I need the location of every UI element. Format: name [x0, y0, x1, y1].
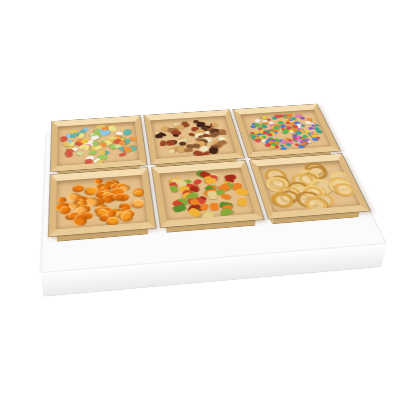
banana-chips-piece	[266, 178, 288, 191]
banana-chips-piece	[325, 175, 353, 192]
gummy-bears-piece	[175, 198, 188, 206]
orange-cracker-balls-piece	[92, 178, 102, 184]
orange-cracker-balls-piece	[94, 189, 110, 200]
orange-cracker-balls-piece	[115, 210, 127, 219]
orange-cracker-balls-piece	[77, 210, 93, 221]
gummy-bears-piece	[205, 177, 218, 184]
orange-cracker-balls-piece	[56, 196, 68, 204]
snack-bowl-jelly-beans	[51, 116, 146, 172]
orange-cracker-balls-piece	[71, 217, 87, 227]
gummy-bears-piece	[174, 178, 189, 188]
gummy-bears-piece	[189, 198, 201, 207]
orange-cracker-balls-piece	[92, 206, 106, 215]
orange-cracker-balls-piece	[120, 185, 129, 191]
rainbow-candy-confetti-piece	[261, 135, 266, 138]
gummy-bears-piece	[193, 178, 203, 185]
orange-cracker-balls-piece	[97, 204, 107, 211]
bowl-front-wall	[273, 205, 361, 224]
orange-cracker-balls-piece	[66, 193, 81, 203]
snack-bowl-banana-chips	[250, 154, 370, 219]
orange-cracker-balls-piece	[73, 205, 89, 216]
orange-cracker-balls-piece	[85, 198, 99, 207]
orange-cracker-balls-piece	[104, 192, 119, 202]
banana-chips-piece	[305, 197, 329, 212]
gummy-bears-piece	[204, 211, 213, 219]
orange-cracker-balls-piece	[116, 209, 134, 222]
gummy-bears-piece	[199, 171, 213, 179]
banana-chips-piece	[305, 176, 338, 197]
orange-cracker-balls-piece	[119, 212, 134, 223]
jelly-beans-piece	[122, 129, 131, 135]
gummy-bears-piece	[231, 182, 242, 191]
gummy-bears-piece	[182, 179, 193, 185]
chocolate-nut-mix-piece	[218, 129, 227, 135]
jelly-beans-piece	[83, 145, 89, 150]
gummy-bears-piece	[181, 192, 193, 200]
snack-bowl-gummy-bears	[152, 161, 264, 228]
gummy-bears-piece	[235, 188, 249, 196]
chocolate-nut-mix-piece	[166, 140, 177, 146]
orange-cracker-balls-piece	[78, 205, 92, 214]
orange-cracker-balls-piece	[109, 186, 126, 197]
gummy-bears-piece	[187, 198, 195, 205]
gummy-bears-piece	[204, 188, 219, 197]
orange-cracker-balls-piece	[59, 206, 70, 214]
jelly-beans-piece	[89, 151, 97, 155]
jelly-beans-contents	[57, 121, 140, 166]
gummy-bears-piece	[224, 174, 237, 181]
product-photo	[0, 0, 400, 400]
gummy-bears-piece	[206, 184, 216, 190]
gummy-bears-piece	[196, 195, 207, 203]
gummy-bears-piece	[220, 193, 232, 200]
gummy-bears-piece	[181, 189, 197, 199]
gummy-bears-piece	[188, 204, 200, 213]
rainbow-candy-confetti-piece	[300, 117, 305, 120]
banana-chips-piece	[263, 174, 292, 194]
orange-cracker-balls-piece	[73, 196, 87, 205]
orange-cracker-balls-piece	[97, 205, 115, 217]
gummy-bears-piece	[210, 203, 218, 210]
rainbow-candy-confetti-piece	[301, 124, 306, 127]
gummy-bears-piece	[217, 183, 232, 192]
orange-cracker-balls-piece	[105, 180, 120, 190]
orange-cracker-balls-piece	[100, 190, 112, 198]
banana-chips-piece	[296, 190, 321, 208]
rainbow-candy-confetti-contents	[241, 110, 332, 152]
orange-cracker-balls-piece	[114, 182, 127, 190]
gummy-bears-piece	[168, 181, 178, 188]
gummy-bears-piece	[236, 198, 246, 207]
chocolate-nut-mix-piece	[172, 134, 179, 137]
orange-cracker-balls-piece	[93, 188, 107, 197]
gummy-bears-piece	[202, 176, 214, 184]
banana-chips-piece	[330, 181, 358, 200]
rainbow-candy-confetti-piece	[271, 117, 277, 120]
orange-cracker-balls-piece	[99, 189, 114, 199]
rainbow-candy-confetti-piece	[312, 137, 319, 141]
jelly-beans-piece	[117, 152, 126, 157]
gummy-bears-piece	[205, 175, 216, 181]
orange-cracker-balls-piece	[71, 183, 87, 194]
orange-cracker-balls-piece	[56, 200, 74, 212]
banana-chips-piece	[277, 188, 302, 206]
orange-cracker-balls-piece	[117, 202, 132, 213]
rainbow-candy-confetti-piece	[270, 145, 276, 149]
banana-chips-piece	[268, 190, 295, 209]
orange-cracker-balls-piece	[80, 195, 93, 204]
banana-chips-piece	[300, 182, 328, 202]
gummy-bears-piece	[214, 188, 226, 195]
chocolate-nut-mix-piece	[183, 148, 193, 153]
banana-chips-piece	[305, 165, 327, 180]
banana-chips-piece	[301, 161, 328, 179]
orange-cracker-balls-piece	[133, 190, 144, 197]
orange-cracker-balls-contents	[56, 175, 148, 230]
tray-scene	[0, 0, 400, 400]
gummy-bears-piece	[237, 188, 246, 193]
orange-cracker-balls-piece	[76, 199, 89, 208]
orange-cracker-balls-piece	[69, 203, 78, 210]
orange-cracker-balls-piece	[67, 212, 79, 220]
orange-cracker-balls-piece	[120, 208, 136, 219]
gummy-bears-piece	[207, 191, 218, 200]
snack-bowl-chocolate-nut-mix	[144, 110, 244, 164]
snack-bowl-orange-cracker-balls	[49, 168, 155, 237]
gummy-bears-piece	[193, 196, 207, 205]
orange-cracker-balls-piece	[106, 179, 117, 186]
rainbow-candy-confetti-piece	[282, 130, 289, 134]
gummy-bears-piece	[221, 204, 233, 211]
gummy-bears-piece	[199, 203, 210, 211]
banana-chips-piece	[275, 184, 305, 204]
orange-cracker-balls-piece	[90, 197, 103, 206]
orange-cracker-balls-piece	[94, 183, 108, 192]
banana-chips-contents	[258, 160, 360, 212]
banana-chips-piece	[295, 171, 322, 188]
banana-chips-piece	[288, 171, 318, 190]
gummy-bears-piece	[168, 185, 178, 193]
banana-chips-piece	[292, 167, 323, 186]
gummy-bears-piece	[195, 169, 210, 178]
orange-cracker-balls-piece	[92, 197, 107, 207]
orange-cracker-balls-piece	[118, 207, 130, 216]
gummy-bears-piece	[223, 181, 234, 188]
jelly-beans-piece	[75, 151, 84, 156]
orange-cracker-balls-piece	[112, 193, 125, 202]
gummy-bears-piece	[168, 177, 183, 186]
rainbow-candy-confetti-piece	[280, 146, 288, 151]
gummy-bears-piece	[187, 204, 199, 213]
jelly-beans-piece	[78, 134, 84, 139]
banana-chips-piece	[325, 176, 358, 197]
snack-bowl-rainbow-candy-confetti	[233, 104, 339, 157]
chocolate-nut-mix-piece	[160, 141, 167, 146]
orange-cracker-balls-piece	[97, 213, 111, 223]
orange-cracker-balls-piece	[63, 212, 76, 220]
orange-cracker-balls-piece	[102, 181, 116, 190]
gummy-bears-piece	[221, 182, 236, 192]
orange-cracker-balls-piece	[101, 191, 113, 198]
gummy-bears-piece	[200, 210, 215, 220]
gummy-bears-piece	[179, 187, 190, 193]
gummy-bears-piece	[203, 185, 216, 194]
orange-cracker-balls-piece	[99, 184, 113, 193]
orange-cracker-balls-piece	[84, 185, 100, 196]
gummy-bears-piece	[185, 183, 199, 191]
orange-cracker-balls-piece	[100, 194, 116, 204]
jelly-beans-piece	[86, 159, 93, 166]
orange-cracker-balls-piece	[106, 179, 121, 189]
banana-chips-piece	[326, 170, 354, 187]
banana-chips-piece	[269, 191, 297, 210]
gummy-bears-piece	[186, 207, 202, 218]
gummy-bears-piece	[172, 203, 188, 213]
orange-cracker-balls-piece	[74, 214, 85, 222]
banana-chips-piece	[301, 185, 326, 202]
banana-chips-piece	[288, 183, 315, 201]
gummy-bears-piece	[224, 177, 236, 185]
banana-chips-piece	[266, 173, 294, 191]
orange-cracker-balls-piece	[129, 198, 146, 210]
chocolate-nut-mix-piece	[155, 134, 162, 138]
orange-cracker-balls-piece	[74, 201, 86, 210]
orange-cracker-balls-piece	[74, 198, 86, 207]
orange-cracker-balls-piece	[75, 195, 86, 203]
orange-cracker-balls-piece	[94, 208, 110, 219]
gummy-bears-piece	[191, 203, 204, 212]
orange-cracker-balls-piece	[131, 187, 146, 197]
orange-cracker-balls-piece	[88, 186, 99, 194]
snack-tray	[40, 114, 386, 273]
orange-cracker-balls-piece	[56, 201, 70, 212]
gummy-bears-piece	[219, 201, 233, 209]
orange-cracker-balls-piece	[110, 183, 120, 190]
gummy-bears-piece	[171, 199, 185, 208]
orange-cracker-balls-piece	[122, 209, 134, 217]
gummy-bears-piece	[171, 178, 179, 184]
gummy-bears-piece	[210, 173, 218, 180]
chocolate-nut-mix-piece	[169, 149, 176, 153]
gummy-bears-piece	[207, 184, 217, 191]
banana-chips-piece	[283, 179, 313, 199]
gummy-bears-contents	[159, 167, 256, 220]
banana-chips-piece	[260, 166, 290, 185]
orange-cracker-balls-piece	[81, 211, 95, 220]
rainbow-candy-confetti-piece	[250, 125, 255, 128]
orange-cracker-balls-piece	[107, 209, 122, 219]
gummy-bears-piece	[188, 186, 199, 193]
gummy-bears-piece	[184, 191, 199, 202]
chocolate-nut-mix-contents	[150, 115, 237, 159]
orange-cracker-balls-piece	[104, 209, 117, 218]
orange-cracker-balls-piece	[116, 191, 132, 201]
